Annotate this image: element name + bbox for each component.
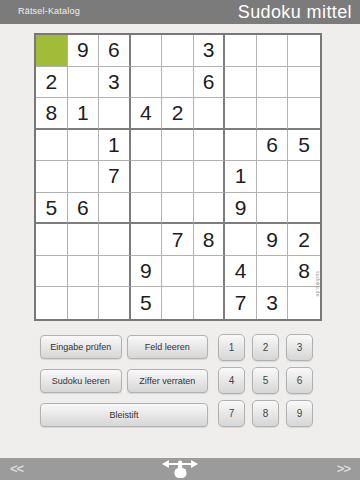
cell-r6c4[interactable]: [131, 193, 163, 225]
numpad-button-5[interactable]: 5: [252, 367, 279, 394]
numpad-button-1[interactable]: 1: [218, 334, 245, 361]
numpad-button-8[interactable]: 8: [252, 400, 279, 427]
clear-cell-button[interactable]: Feld leeren: [127, 335, 209, 359]
cell-r4c2[interactable]: [68, 130, 100, 162]
cell-r7c2[interactable]: [68, 224, 100, 256]
cell-r4c3[interactable]: 1: [99, 130, 131, 162]
numpad-button-6[interactable]: 6: [286, 367, 313, 394]
cell-r5c4[interactable]: [131, 161, 163, 193]
cell-r7c1[interactable]: [36, 224, 68, 256]
cell-r1c3[interactable]: 6: [99, 35, 131, 67]
cell-r3c1[interactable]: 8: [36, 98, 68, 130]
cell-r8c3[interactable]: [99, 256, 131, 288]
cell-r6c5[interactable]: [162, 193, 194, 225]
back-to-catalog-link[interactable]: Rätsel-Katalog: [18, 6, 80, 16]
cell-r6c6[interactable]: [194, 193, 226, 225]
cell-r5c9[interactable]: [288, 161, 320, 193]
cell-r9c7[interactable]: 7: [225, 287, 257, 319]
cell-r7c4[interactable]: [131, 224, 163, 256]
cell-r8c1[interactable]: [36, 256, 68, 288]
cell-r3c7[interactable]: [225, 98, 257, 130]
cell-r6c2[interactable]: 6: [68, 193, 100, 225]
prev-puzzle-button[interactable]: <<: [10, 461, 23, 477]
cell-r4c1[interactable]: [36, 130, 68, 162]
cell-r6c9[interactable]: [288, 193, 320, 225]
cell-r3c4[interactable]: 4: [131, 98, 163, 130]
cell-r3c8[interactable]: [257, 98, 289, 130]
bottom-bar: << >>: [0, 458, 360, 480]
cell-r1c5[interactable]: [162, 35, 194, 67]
cell-r4c6[interactable]: [194, 130, 226, 162]
check-entries-button[interactable]: Eingabe prüfen: [40, 335, 122, 359]
cell-r4c7[interactable]: [225, 130, 257, 162]
cell-r8c8[interactable]: [257, 256, 289, 288]
cell-r5c6[interactable]: [194, 161, 226, 193]
cell-r2c7[interactable]: [225, 67, 257, 99]
next-puzzle-button[interactable]: >>: [337, 461, 350, 477]
cell-r9c6[interactable]: [194, 287, 226, 319]
cell-r8c4[interactable]: 9: [131, 256, 163, 288]
cell-r9c1[interactable]: [36, 287, 68, 319]
cell-r6c1[interactable]: 5: [36, 193, 68, 225]
numpad-button-9[interactable]: 9: [286, 400, 313, 427]
cell-r5c1[interactable]: [36, 161, 68, 193]
clear-sudoku-button[interactable]: Sudoku leeren: [40, 369, 122, 393]
cell-r3c2[interactable]: 1: [68, 98, 100, 130]
cell-r6c3[interactable]: [99, 193, 131, 225]
cell-r5c3[interactable]: 7: [99, 161, 131, 193]
cell-r6c8[interactable]: [257, 193, 289, 225]
numpad-button-7[interactable]: 7: [218, 400, 245, 427]
copyright-watermark: sudoku.de: [314, 271, 321, 305]
cell-r3c6[interactable]: [194, 98, 226, 130]
cell-r9c2[interactable]: [68, 287, 100, 319]
cell-r7c8[interactable]: 9: [257, 224, 289, 256]
cell-r7c6[interactable]: 8: [194, 224, 226, 256]
cell-r7c7[interactable]: [225, 224, 257, 256]
cell-r2c3[interactable]: 3: [99, 67, 131, 99]
cell-r8c2[interactable]: [68, 256, 100, 288]
pencil-button[interactable]: Bleistift: [40, 403, 208, 427]
swipe-hand-icon: [158, 458, 202, 480]
numpad-button-2[interactable]: 2: [252, 334, 279, 361]
cell-r9c5[interactable]: [162, 287, 194, 319]
cell-r5c8[interactable]: [257, 161, 289, 193]
cell-r4c4[interactable]: [131, 130, 163, 162]
control-buttons: Eingabe prüfen Feld leeren Sudoku leeren…: [40, 335, 208, 427]
cell-r5c7[interactable]: 1: [225, 161, 257, 193]
cell-r3c3[interactable]: [99, 98, 131, 130]
cell-r9c8[interactable]: 3: [257, 287, 289, 319]
top-bar: Rätsel-Katalog Sudoku mittel: [0, 0, 360, 24]
selected-cell-r1c1[interactable]: [36, 35, 68, 67]
cell-r1c2[interactable]: 9: [68, 35, 100, 67]
cell-r7c3[interactable]: [99, 224, 131, 256]
page-title: Sudoku mittel: [238, 2, 352, 23]
cell-r3c9[interactable]: [288, 98, 320, 130]
cell-r7c5[interactable]: 7: [162, 224, 194, 256]
numpad-button-3[interactable]: 3: [286, 334, 313, 361]
sudoku-board[interactable]: 9632368142165715697892948573: [34, 33, 322, 321]
cell-r7c9[interactable]: 2: [288, 224, 320, 256]
cell-r5c2[interactable]: [68, 161, 100, 193]
cell-r1c4[interactable]: [131, 35, 163, 67]
cell-r2c6[interactable]: 6: [194, 67, 226, 99]
cell-r6c7[interactable]: 9: [225, 193, 257, 225]
cell-r4c8[interactable]: 6: [257, 130, 289, 162]
cell-r1c9[interactable]: [288, 35, 320, 67]
cell-r2c1[interactable]: 2: [36, 67, 68, 99]
cell-r4c9[interactable]: 5: [288, 130, 320, 162]
numpad: 1 2 3 4 5 6 7 8 9: [218, 334, 313, 427]
cell-r5c5[interactable]: [162, 161, 194, 193]
cell-r8c7[interactable]: 4: [225, 256, 257, 288]
cell-r8c5[interactable]: [162, 256, 194, 288]
cell-r2c4[interactable]: [131, 67, 163, 99]
cell-r1c6[interactable]: 3: [194, 35, 226, 67]
cell-r4c5[interactable]: [162, 130, 194, 162]
reveal-digit-button[interactable]: Ziffer verraten: [127, 369, 209, 393]
cell-r1c8[interactable]: [257, 35, 289, 67]
cell-r2c9[interactable]: [288, 67, 320, 99]
cell-r2c2[interactable]: [68, 67, 100, 99]
cell-r9c3[interactable]: [99, 287, 131, 319]
numpad-button-4[interactable]: 4: [218, 367, 245, 394]
cell-r2c8[interactable]: [257, 67, 289, 99]
cell-r9c4[interactable]: 5: [131, 287, 163, 319]
cell-r3c5[interactable]: 2: [162, 98, 194, 130]
cell-r1c7[interactable]: [225, 35, 257, 67]
cell-r2c5[interactable]: [162, 67, 194, 99]
cell-r8c6[interactable]: [194, 256, 226, 288]
